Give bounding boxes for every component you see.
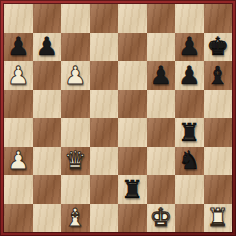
square-f1[interactable]: ♚	[147, 204, 176, 233]
piece-black-pawn[interactable]: ♟	[150, 63, 172, 88]
square-h5[interactable]	[204, 90, 233, 119]
square-a1[interactable]	[4, 204, 33, 233]
square-d6[interactable]	[90, 61, 119, 90]
square-d2[interactable]	[90, 175, 119, 204]
square-h1[interactable]: ♜	[204, 204, 233, 233]
piece-white-rook[interactable]: ♜	[207, 205, 229, 230]
square-g2[interactable]	[175, 175, 204, 204]
piece-black-bishop[interactable]: ♝	[207, 63, 229, 88]
square-c3[interactable]: ♛	[61, 147, 90, 176]
square-g6[interactable]: ♟	[175, 61, 204, 90]
square-g7[interactable]: ♟	[175, 33, 204, 62]
square-f6[interactable]: ♟	[147, 61, 176, 90]
square-f7[interactable]	[147, 33, 176, 62]
piece-black-pawn[interactable]: ♟	[178, 34, 200, 59]
square-b7[interactable]: ♟	[33, 33, 62, 62]
piece-white-bishop[interactable]: ♝	[64, 205, 86, 230]
square-h3[interactable]	[204, 147, 233, 176]
piece-white-pawn[interactable]: ♟	[7, 63, 29, 88]
piece-black-pawn[interactable]: ♟	[7, 34, 29, 59]
square-d5[interactable]	[90, 90, 119, 119]
square-g1[interactable]	[175, 204, 204, 233]
square-e7[interactable]	[118, 33, 147, 62]
piece-black-rook[interactable]: ♜	[121, 177, 143, 202]
chess-board: ♟♟♟♚♟♟♟♟♝♜♟♛♞♜♝♚♜	[4, 4, 232, 232]
square-b5[interactable]	[33, 90, 62, 119]
square-f3[interactable]	[147, 147, 176, 176]
square-d4[interactable]	[90, 118, 119, 147]
square-c5[interactable]	[61, 90, 90, 119]
square-a2[interactable]	[4, 175, 33, 204]
square-e3[interactable]	[118, 147, 147, 176]
square-f8[interactable]	[147, 4, 176, 33]
square-g3[interactable]: ♞	[175, 147, 204, 176]
piece-black-rook[interactable]: ♜	[178, 120, 200, 145]
square-a4[interactable]	[4, 118, 33, 147]
piece-white-king[interactable]: ♚	[150, 205, 172, 230]
board-frame: ♟♟♟♚♟♟♟♟♝♜♟♛♞♜♝♚♜	[0, 0, 236, 236]
square-e1[interactable]	[118, 204, 147, 233]
square-a6[interactable]: ♟	[4, 61, 33, 90]
square-b2[interactable]	[33, 175, 62, 204]
square-c6[interactable]: ♟	[61, 61, 90, 90]
square-h7[interactable]: ♚	[204, 33, 233, 62]
square-c1[interactable]: ♝	[61, 204, 90, 233]
piece-black-pawn[interactable]: ♟	[36, 34, 58, 59]
square-d1[interactable]	[90, 204, 119, 233]
square-g4[interactable]: ♜	[175, 118, 204, 147]
square-b4[interactable]	[33, 118, 62, 147]
square-e2[interactable]: ♜	[118, 175, 147, 204]
square-a7[interactable]: ♟	[4, 33, 33, 62]
square-h4[interactable]	[204, 118, 233, 147]
square-a5[interactable]	[4, 90, 33, 119]
square-c4[interactable]	[61, 118, 90, 147]
square-h2[interactable]	[204, 175, 233, 204]
square-e5[interactable]	[118, 90, 147, 119]
square-f2[interactable]	[147, 175, 176, 204]
piece-white-pawn[interactable]: ♟	[7, 148, 29, 173]
square-b1[interactable]	[33, 204, 62, 233]
square-b8[interactable]	[33, 4, 62, 33]
square-c8[interactable]	[61, 4, 90, 33]
square-a3[interactable]: ♟	[4, 147, 33, 176]
square-d3[interactable]	[90, 147, 119, 176]
square-c7[interactable]	[61, 33, 90, 62]
square-c2[interactable]	[61, 175, 90, 204]
square-d8[interactable]	[90, 4, 119, 33]
square-h6[interactable]: ♝	[204, 61, 233, 90]
square-g8[interactable]	[175, 4, 204, 33]
square-b6[interactable]	[33, 61, 62, 90]
square-a8[interactable]	[4, 4, 33, 33]
square-d7[interactable]	[90, 33, 119, 62]
piece-white-queen[interactable]: ♛	[64, 148, 86, 173]
piece-black-pawn[interactable]: ♟	[178, 63, 200, 88]
piece-black-knight[interactable]: ♞	[178, 148, 200, 173]
square-e4[interactable]	[118, 118, 147, 147]
square-f5[interactable]	[147, 90, 176, 119]
square-g5[interactable]	[175, 90, 204, 119]
square-e6[interactable]	[118, 61, 147, 90]
square-e8[interactable]	[118, 4, 147, 33]
piece-white-pawn[interactable]: ♟	[64, 63, 86, 88]
square-f4[interactable]	[147, 118, 176, 147]
piece-black-king[interactable]: ♚	[207, 34, 229, 59]
square-h8[interactable]	[204, 4, 233, 33]
square-b3[interactable]	[33, 147, 62, 176]
